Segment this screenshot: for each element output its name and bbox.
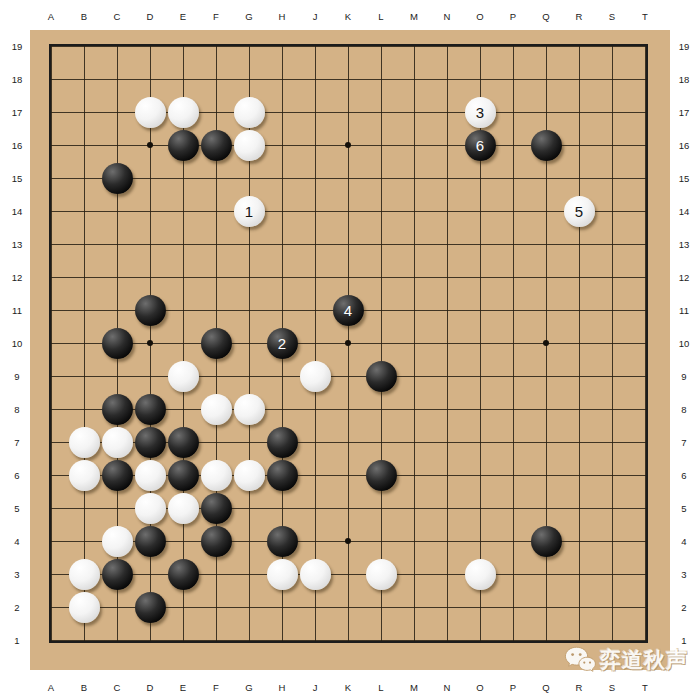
stone-white-B2	[69, 592, 100, 623]
stone-white-F6	[201, 460, 232, 491]
stone-black-F4	[201, 526, 232, 557]
stone-white-J9	[300, 361, 331, 392]
coordinate-label: 4	[672, 525, 696, 558]
go-diagram-page: { "game": "go", "board": { "size": 19, "…	[0, 0, 700, 700]
stone-black-C8	[102, 394, 133, 425]
stone-white-E5	[168, 493, 199, 524]
coordinate-label: K	[332, 11, 365, 23]
stone-black-H4	[267, 526, 298, 557]
coordinate-label: C	[101, 682, 134, 694]
coordinate-label: 15	[5, 162, 29, 195]
stone-white-E9	[168, 361, 199, 392]
coordinate-label: F	[200, 11, 233, 23]
coordinate-label: 16	[5, 129, 29, 162]
coordinate-label: C	[101, 11, 134, 23]
coordinate-label: 11	[672, 294, 696, 327]
coordinate-label: 10	[5, 327, 29, 360]
coordinate-label: R	[563, 682, 596, 694]
coordinate-label: 15	[672, 162, 696, 195]
move-number: 5	[575, 204, 583, 219]
coordinate-label: N	[431, 682, 464, 694]
star-point	[345, 142, 351, 148]
move-number: 4	[344, 303, 352, 318]
coordinate-label: D	[134, 682, 167, 694]
stone-black-C15	[102, 163, 133, 194]
coordinate-label: A	[35, 11, 68, 23]
stone-black-L6	[366, 460, 397, 491]
star-point	[345, 340, 351, 346]
coordinate-label: 5	[5, 492, 29, 525]
coordinate-label: 4	[5, 525, 29, 558]
stone-black-C6	[102, 460, 133, 491]
coordinate-label: G	[233, 682, 266, 694]
coordinate-label: F	[200, 682, 233, 694]
stone-white-O17: 3	[465, 97, 496, 128]
stone-white-H3	[267, 559, 298, 590]
coordinate-label: K	[332, 682, 365, 694]
stone-black-Q16	[531, 130, 562, 161]
stone-white-R14: 5	[564, 196, 595, 227]
stone-black-C10	[102, 328, 133, 359]
coordinate-label: 12	[5, 261, 29, 294]
coordinate-label: 12	[672, 261, 696, 294]
coordinate-label: D	[134, 11, 167, 23]
coordinate-label: 18	[5, 63, 29, 96]
stone-white-L3	[366, 559, 397, 590]
coordinate-label: E	[167, 682, 200, 694]
coordinate-label: 17	[5, 96, 29, 129]
coordinate-label: M	[398, 11, 431, 23]
stone-black-D7	[135, 427, 166, 458]
coordinate-label: 11	[5, 294, 29, 327]
coordinate-label: R	[563, 11, 596, 23]
coordinate-label: 14	[5, 195, 29, 228]
coordinate-label: 19	[5, 30, 29, 63]
coordinate-label: 3	[5, 558, 29, 591]
stone-white-G16	[234, 130, 265, 161]
coordinate-label: L	[365, 11, 398, 23]
column-labels-top: ABCDEFGHJKLMNOPQRST	[35, 11, 662, 23]
coordinate-label: E	[167, 11, 200, 23]
stone-black-E3	[168, 559, 199, 590]
stone-black-E16	[168, 130, 199, 161]
coordinate-label: 9	[5, 360, 29, 393]
coordinate-label: 8	[5, 393, 29, 426]
stone-black-D8	[135, 394, 166, 425]
coordinate-label: N	[431, 11, 464, 23]
star-point	[147, 142, 153, 148]
stone-black-E6	[168, 460, 199, 491]
coordinate-label: O	[464, 11, 497, 23]
stone-black-O16: 6	[465, 130, 496, 161]
coordinate-label: S	[596, 11, 629, 23]
stone-black-D11	[135, 295, 166, 326]
coordinate-label: 2	[672, 591, 696, 624]
stone-white-B6	[69, 460, 100, 491]
coordinate-label: O	[464, 682, 497, 694]
board-grid-lines: 361542	[49, 44, 648, 643]
stone-black-F5	[201, 493, 232, 524]
coordinate-label: J	[299, 11, 332, 23]
coordinate-label: T	[629, 682, 662, 694]
star-point	[147, 340, 153, 346]
coordinate-label: P	[497, 11, 530, 23]
coordinate-label: J	[299, 682, 332, 694]
stone-black-F10	[201, 328, 232, 359]
coordinate-label: P	[497, 682, 530, 694]
coordinate-label: Q	[530, 11, 563, 23]
coordinate-label: 1	[5, 624, 29, 657]
stone-white-D6	[135, 460, 166, 491]
stone-white-D17	[135, 97, 166, 128]
coordinate-label: H	[266, 11, 299, 23]
coordinate-label: Q	[530, 682, 563, 694]
coordinate-label: 9	[672, 360, 696, 393]
coordinate-label: 2	[5, 591, 29, 624]
coordinate-label: 7	[672, 426, 696, 459]
stone-white-G6	[234, 460, 265, 491]
stone-black-D4	[135, 526, 166, 557]
coordinate-label: S	[596, 682, 629, 694]
move-number: 2	[278, 336, 286, 351]
stone-white-J3	[300, 559, 331, 590]
stone-black-H6	[267, 460, 298, 491]
stone-black-K11: 4	[333, 295, 364, 326]
coordinate-label: M	[398, 682, 431, 694]
coordinate-label: 1	[672, 624, 696, 657]
stone-black-Q4	[531, 526, 562, 557]
coordinate-label: L	[365, 682, 398, 694]
board-cells: 361542	[35, 30, 662, 657]
stone-white-F8	[201, 394, 232, 425]
row-labels-right: 19181716151413121110987654321	[672, 30, 696, 657]
move-number: 1	[245, 204, 253, 219]
stone-black-E7	[168, 427, 199, 458]
stone-white-G17	[234, 97, 265, 128]
coordinate-label: A	[35, 682, 68, 694]
coordinate-label: 10	[672, 327, 696, 360]
coordinate-label: 18	[672, 63, 696, 96]
coordinate-label: 19	[672, 30, 696, 63]
coordinate-label: T	[629, 11, 662, 23]
stone-black-C3	[102, 559, 133, 590]
coordinate-label: 3	[672, 558, 696, 591]
coordinate-label: 16	[672, 129, 696, 162]
stone-white-E17	[168, 97, 199, 128]
coordinate-label: G	[233, 11, 266, 23]
stone-white-B3	[69, 559, 100, 590]
coordinate-label: 8	[672, 393, 696, 426]
star-point	[543, 340, 549, 346]
coordinate-label: 14	[672, 195, 696, 228]
column-labels-bottom: ABCDEFGHJKLMNOPQRST	[35, 682, 662, 694]
stone-black-D2	[135, 592, 166, 623]
stone-white-B7	[69, 427, 100, 458]
coordinate-label: B	[68, 682, 101, 694]
move-number: 6	[476, 138, 484, 153]
coordinate-label: 17	[672, 96, 696, 129]
coordinate-label: 6	[672, 459, 696, 492]
stone-white-G14: 1	[234, 196, 265, 227]
coordinate-label: B	[68, 11, 101, 23]
star-point	[345, 538, 351, 544]
stone-white-G8	[234, 394, 265, 425]
coordinate-label: 13	[5, 228, 29, 261]
stone-black-F16	[201, 130, 232, 161]
go-board: 361542	[30, 30, 670, 670]
stone-white-C7	[102, 427, 133, 458]
coordinate-label: H	[266, 682, 299, 694]
row-labels-left: 19181716151413121110987654321	[5, 30, 29, 657]
coordinate-label: 5	[672, 492, 696, 525]
coordinate-label: 7	[5, 426, 29, 459]
stone-black-H7	[267, 427, 298, 458]
stone-black-H10: 2	[267, 328, 298, 359]
stone-white-O3	[465, 559, 496, 590]
stone-black-L9	[366, 361, 397, 392]
stone-white-C4	[102, 526, 133, 557]
move-number: 3	[476, 105, 484, 120]
coordinate-label: 6	[5, 459, 29, 492]
coordinate-label: 13	[672, 228, 696, 261]
stone-white-D5	[135, 493, 166, 524]
